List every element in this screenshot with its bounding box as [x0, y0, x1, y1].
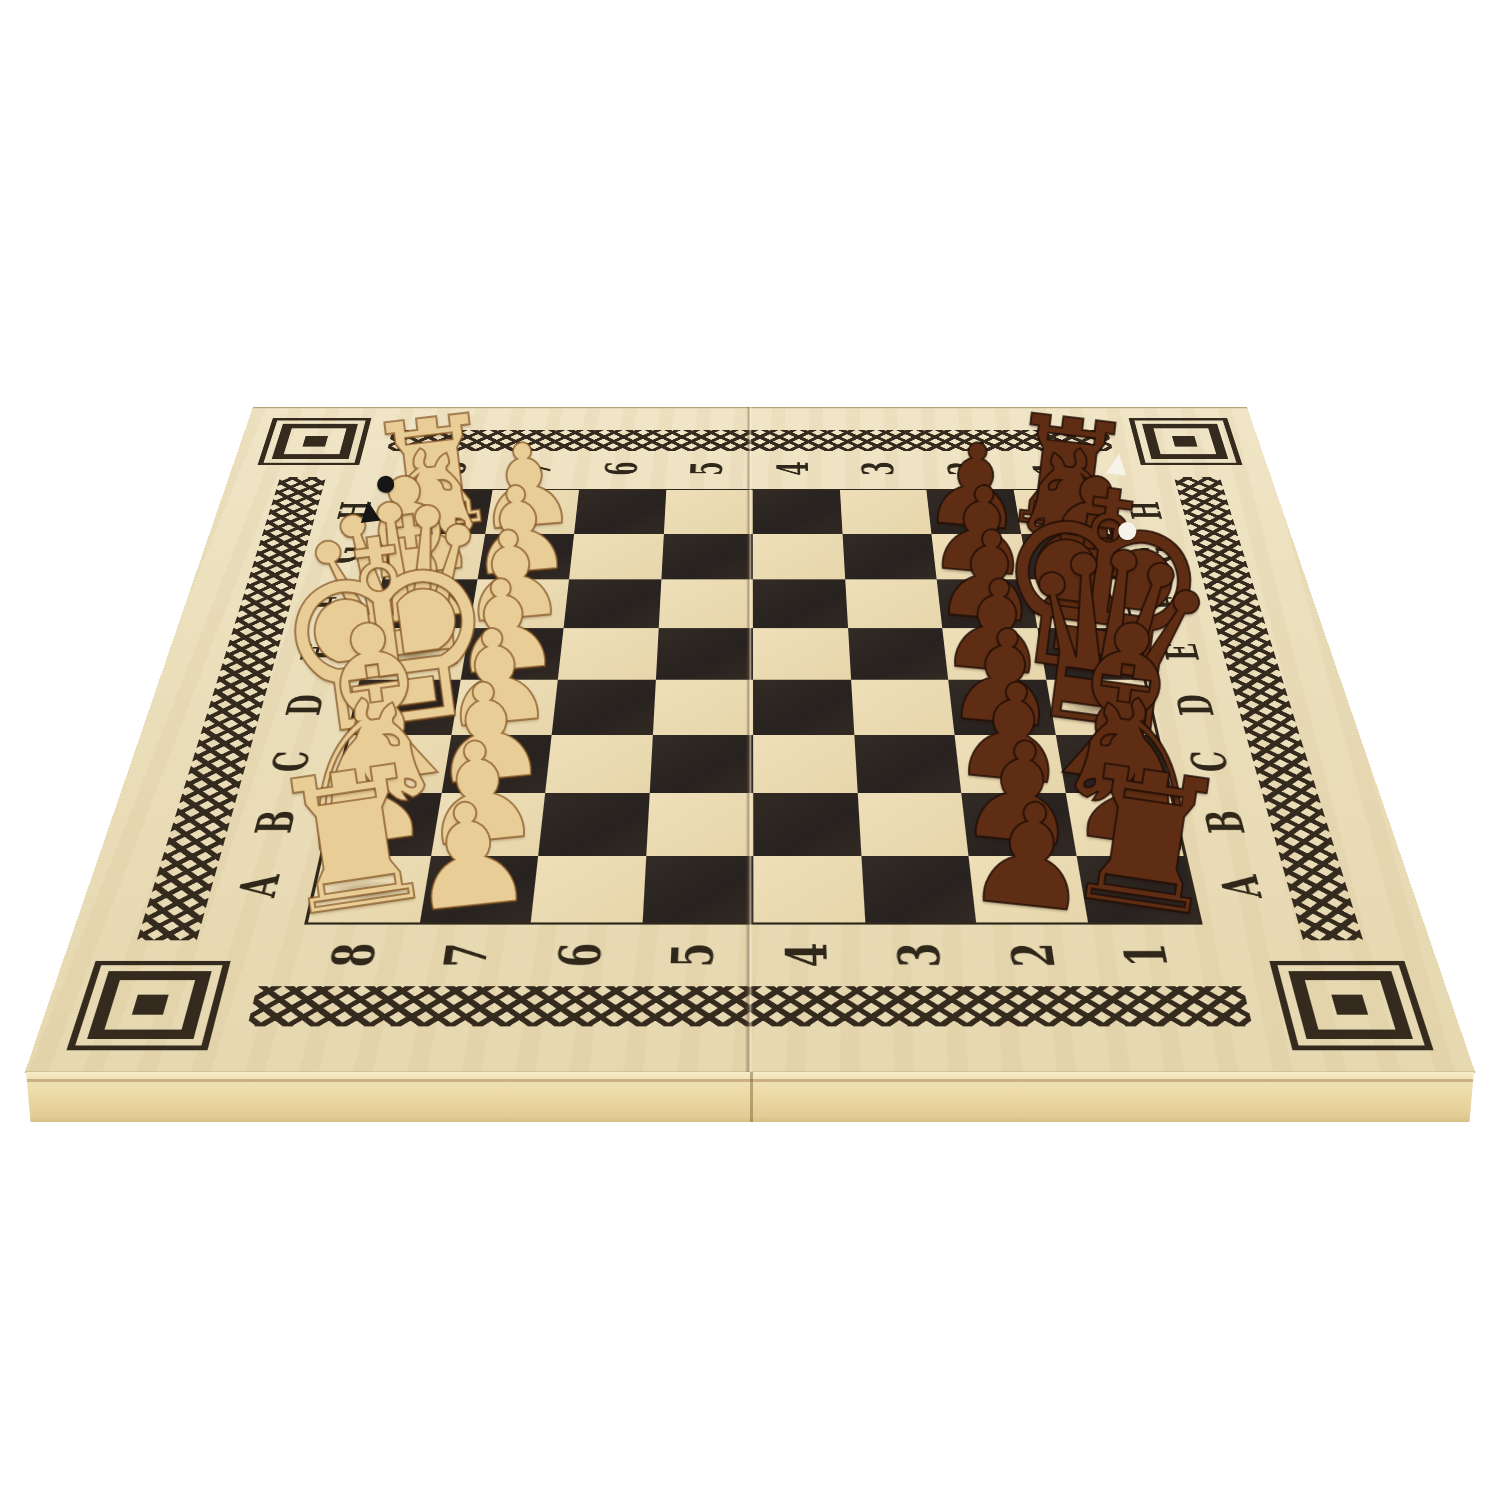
rank-label-bottom-1: 1	[1105, 932, 1189, 979]
square-h4	[753, 490, 842, 533]
square-h1	[1013, 490, 1110, 533]
square-c8	[337, 735, 451, 794]
square-a1	[1076, 856, 1199, 923]
square-c5	[649, 735, 753, 794]
square-g6	[569, 534, 663, 580]
square-a2	[968, 856, 1087, 923]
rank-label-bottom-6: 6	[541, 932, 619, 979]
corner-motif-bottom-left	[66, 961, 230, 1050]
square-a7	[419, 856, 538, 923]
square-f3	[845, 579, 943, 628]
corner-motif-top-right	[1129, 418, 1243, 465]
box-side-face	[24, 1072, 1476, 1122]
square-g2	[931, 534, 1028, 580]
file-label-right-a: A	[1200, 865, 1283, 909]
square-e5	[655, 628, 753, 680]
square-a6	[531, 856, 646, 923]
rank-label-top-3: 3	[849, 455, 907, 482]
rank-label-top-6: 6	[592, 455, 650, 482]
square-b2	[961, 793, 1076, 855]
square-d4	[753, 680, 854, 735]
square-c3	[854, 735, 961, 794]
square-e1	[1037, 628, 1143, 680]
corner-motif-top-left	[258, 418, 372, 465]
file-label-right-d: D	[1158, 687, 1232, 723]
square-d7	[451, 680, 558, 735]
corner-motif-bottom-right	[1269, 961, 1433, 1050]
square-e6	[558, 628, 658, 680]
rank-label-top-4: 4	[765, 455, 822, 482]
square-b6	[538, 793, 649, 855]
square-e4	[753, 628, 851, 680]
square-e2	[942, 628, 1046, 680]
square-b1	[1065, 793, 1183, 855]
rank-label-bottom-8: 8	[312, 932, 396, 979]
square-f7	[469, 579, 569, 628]
square-a4	[753, 856, 864, 923]
square-a8	[308, 856, 431, 923]
fold-seam	[745, 407, 752, 1073]
square-f5	[658, 579, 753, 628]
rank-label-top-5: 5	[678, 455, 735, 482]
file-label-left-c: C	[252, 743, 329, 781]
square-d8	[350, 680, 460, 735]
square-a3	[861, 856, 976, 923]
square-e3	[848, 628, 949, 680]
file-label-right-f: F	[1134, 586, 1203, 618]
square-f6	[564, 579, 661, 628]
square-h2	[926, 490, 1020, 533]
square-c7	[441, 735, 552, 794]
chess-board-top: HHGGFFEEDDCCBBAA8877665544332211	[25, 407, 1476, 1073]
product-photo-chess-set: HHGGFFEEDDCCBBAA8877665544332211 ♜♟♟♜♞♟♟…	[0, 0, 1500, 1500]
square-b5	[646, 793, 754, 855]
square-c4	[753, 735, 857, 794]
file-label-left-h: H	[322, 496, 387, 524]
square-g5	[661, 534, 753, 580]
square-c2	[955, 735, 1066, 794]
square-e8	[363, 628, 469, 680]
checkerboard	[304, 489, 1203, 925]
square-h3	[840, 490, 932, 533]
file-label-right-h: H	[1113, 496, 1178, 524]
rank-label-top-8: 8	[419, 455, 481, 482]
square-h5	[663, 490, 752, 533]
file-label-right-g: G	[1123, 540, 1190, 570]
rank-label-bottom-5: 5	[655, 932, 731, 979]
square-f4	[753, 579, 848, 628]
square-f1	[1029, 579, 1132, 628]
square-c1	[1055, 735, 1169, 794]
square-g7	[477, 534, 574, 580]
square-e7	[460, 628, 563, 680]
file-label-left-b: B	[235, 802, 315, 843]
file-label-right-e: E	[1146, 635, 1218, 669]
square-b7	[431, 793, 546, 855]
rank-label-bottom-3: 3	[881, 932, 959, 979]
square-d2	[948, 680, 1055, 735]
square-b4	[753, 793, 861, 855]
square-g1	[1021, 534, 1121, 580]
rank-label-top-7: 7	[506, 455, 566, 482]
square-h7	[485, 490, 579, 533]
square-b3	[857, 793, 968, 855]
square-f8	[374, 579, 477, 628]
square-g4	[753, 534, 845, 580]
file-label-right-c: C	[1171, 743, 1248, 781]
square-c6	[545, 735, 652, 794]
file-label-left-f: F	[296, 586, 365, 618]
box-side-seam	[750, 1072, 753, 1122]
rank-label-bottom-4: 4	[769, 932, 845, 979]
file-label-left-g: G	[310, 540, 377, 570]
square-h6	[574, 490, 666, 533]
file-label-left-e: E	[282, 635, 354, 669]
square-a5	[642, 856, 753, 923]
rank-label-bottom-7: 7	[426, 932, 507, 979]
square-b8	[323, 793, 441, 855]
square-f2	[937, 579, 1037, 628]
square-d5	[652, 680, 753, 735]
file-label-left-a: A	[217, 865, 300, 909]
square-d3	[851, 680, 955, 735]
file-label-right-b: B	[1185, 802, 1265, 843]
rank-label-bottom-2: 2	[993, 932, 1074, 979]
rank-label-top-1: 1	[1019, 455, 1081, 482]
square-h8	[395, 490, 492, 533]
file-label-left-d: D	[268, 687, 342, 723]
square-d6	[552, 680, 656, 735]
square-d1	[1046, 680, 1156, 735]
rank-label-top-2: 2	[934, 455, 994, 482]
square-g8	[385, 534, 485, 580]
square-g3	[842, 534, 937, 580]
